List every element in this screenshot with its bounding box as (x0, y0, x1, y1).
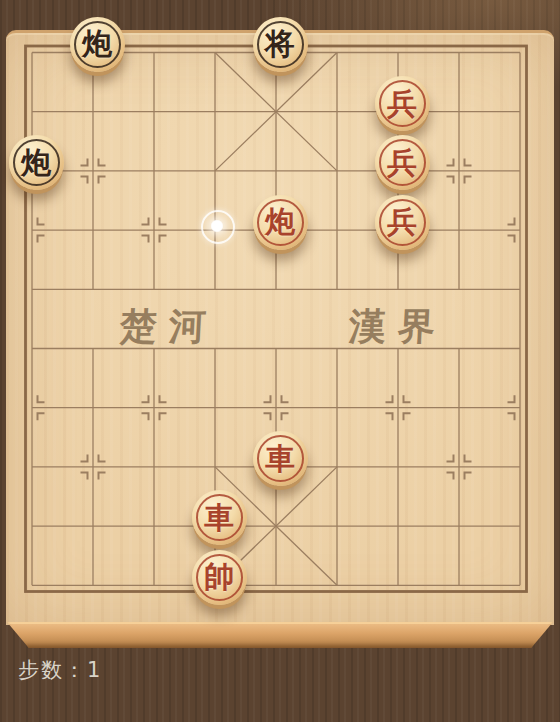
move-counter: 步数：1 (18, 656, 102, 684)
piece-black-cannon[interactable]: 炮 (70, 17, 125, 72)
move-counter-label: 步数： (18, 658, 87, 682)
piece-glyph: 兵 (387, 207, 417, 237)
piece-glyph: 将 (265, 29, 295, 59)
piece-red-soldier[interactable]: 兵 (375, 135, 430, 190)
piece-black-general[interactable]: 将 (253, 17, 308, 72)
piece-red-cannon[interactable]: 炮 (253, 195, 308, 250)
piece-glyph: 兵 (387, 148, 417, 178)
piece-layer: 炮将炮兵兵兵炮車車帥 (2, 23, 551, 615)
piece-black-cannon[interactable]: 炮 (9, 135, 64, 190)
move-counter-value: 1 (87, 658, 102, 682)
piece-red-general[interactable]: 帥 (192, 550, 247, 605)
piece-glyph: 兵 (387, 89, 417, 119)
piece-red-chariot[interactable]: 車 (192, 490, 247, 545)
piece-red-soldier[interactable]: 兵 (375, 195, 430, 250)
piece-glyph: 炮 (265, 207, 295, 237)
piece-red-soldier[interactable]: 兵 (375, 76, 430, 131)
piece-glyph: 帥 (204, 562, 234, 592)
piece-glyph: 車 (204, 503, 234, 533)
xiangqi-app: 楚河 漢界 炮将炮兵兵兵炮車車帥 步数：1 (0, 0, 560, 722)
piece-glyph: 炮 (21, 148, 51, 178)
piece-glyph: 炮 (82, 29, 112, 59)
piece-red-chariot[interactable]: 車 (253, 431, 308, 486)
piece-glyph: 車 (265, 444, 295, 474)
